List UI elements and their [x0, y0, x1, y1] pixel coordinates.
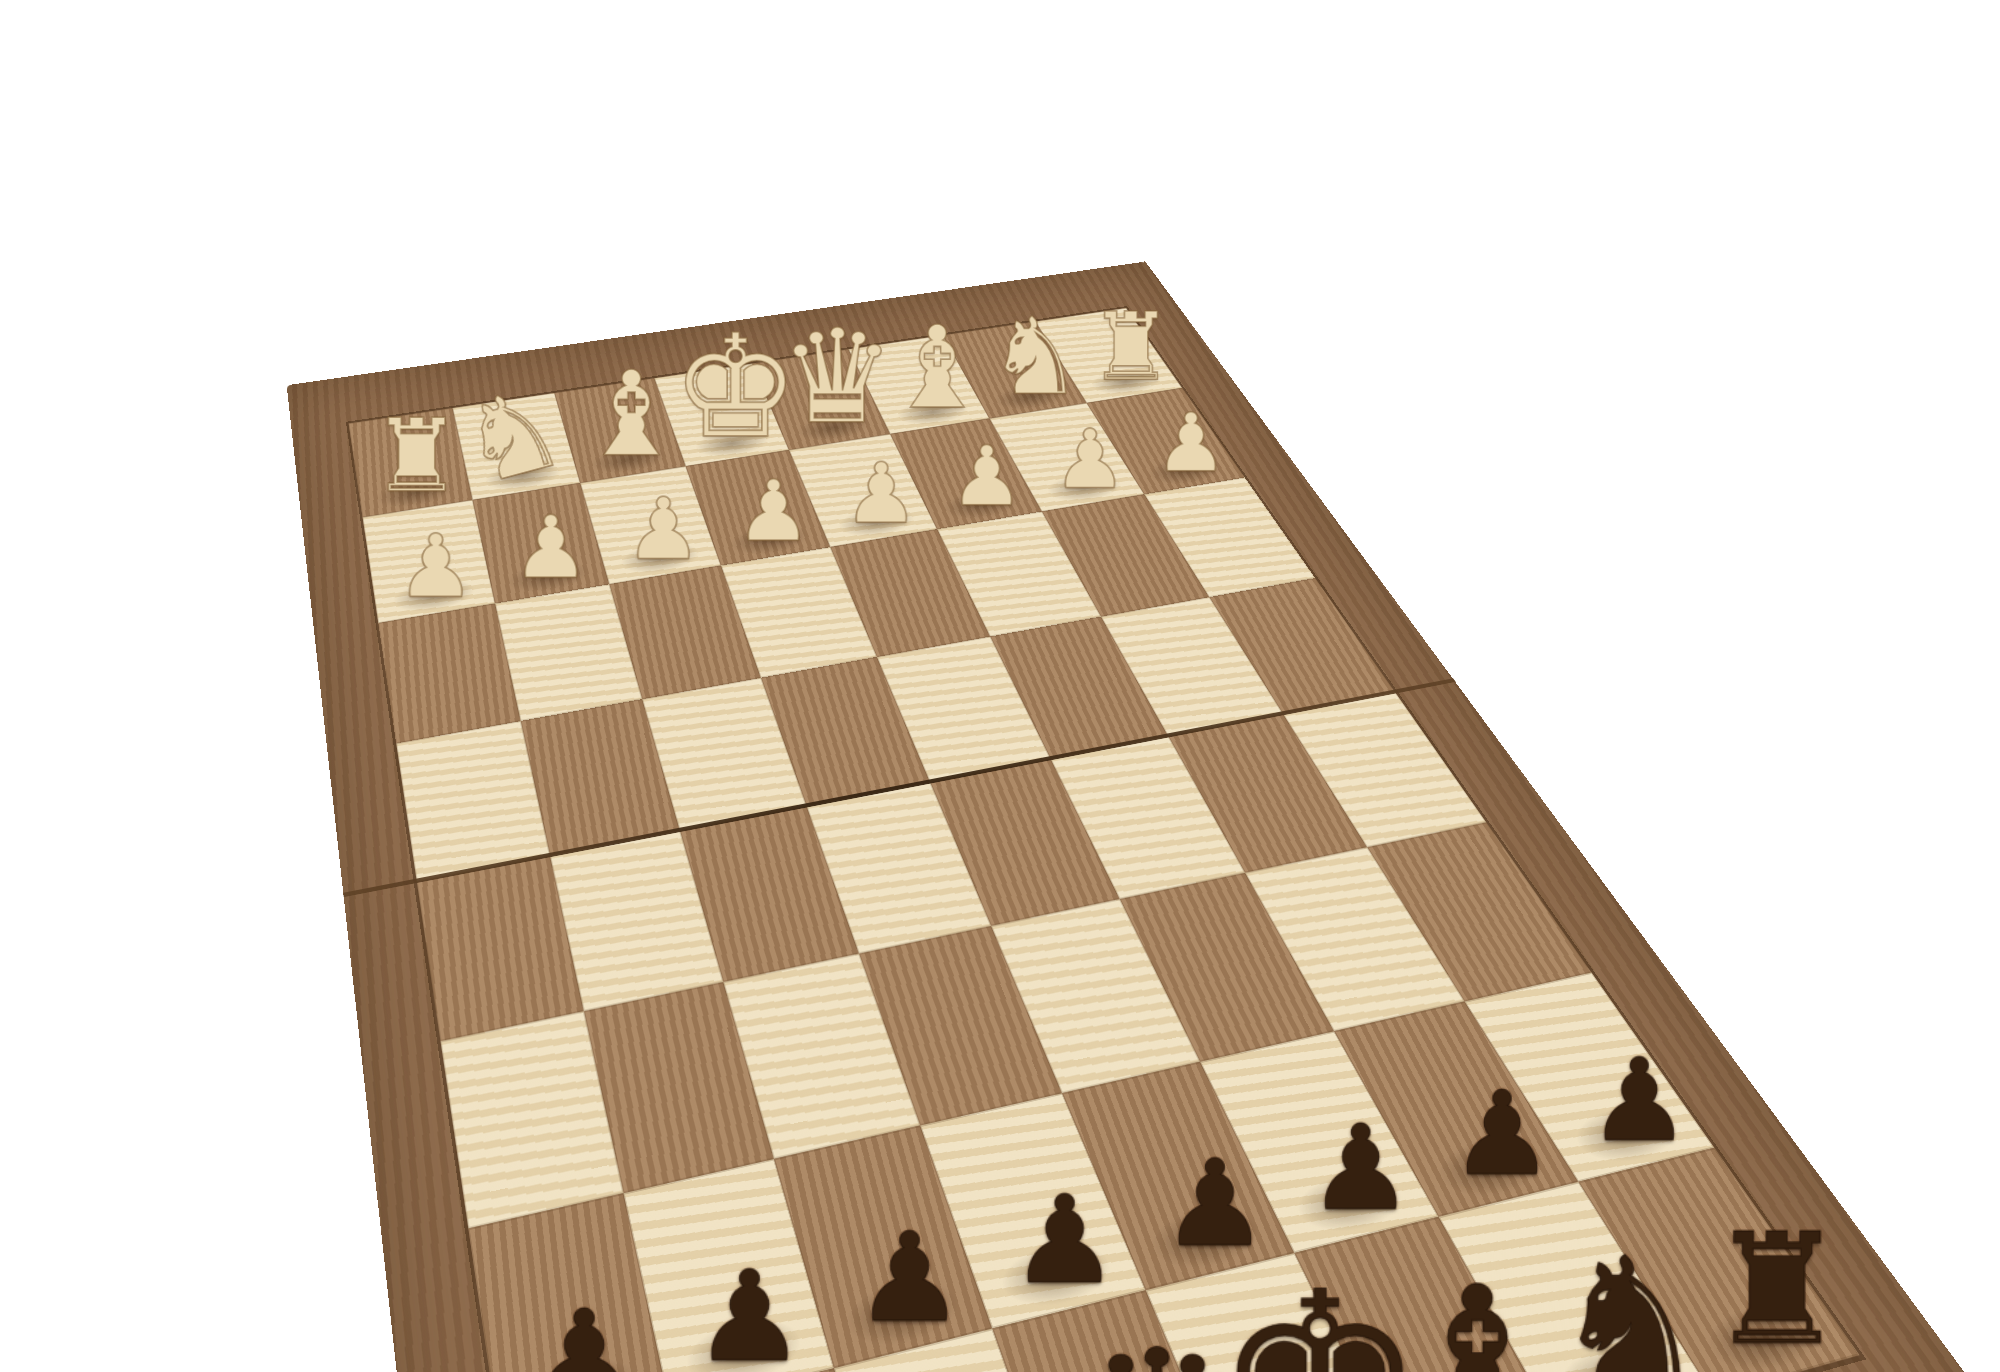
square-c5[interactable]	[1050, 736, 1245, 899]
black-pawn-e7[interactable]: ♟	[1010, 1184, 1119, 1296]
black-pawn-f7[interactable]: ♟	[854, 1221, 965, 1335]
white-pawn-f2[interactable]: ♟	[625, 490, 701, 568]
chess-board: ♜♞♝♚♛♝♞♜♟♟♟♟♟♟♟♟♟♟♟♟♟♟♟♟♜♞♝♛♚♝♞♜	[287, 262, 2000, 1372]
white-pawn-b2[interactable]: ♟	[1053, 422, 1126, 497]
clasp-screw	[1461, 705, 1470, 716]
white-bishop-f1[interactable]: ♝	[579, 361, 684, 469]
brass-clasp-plate[interactable]	[1415, 652, 1476, 735]
black-pawn-h7[interactable]: ♟	[527, 1298, 642, 1372]
board-grid: ♜♞♝♚♛♝♞♜♟♟♟♟♟♟♟♟♟♟♟♟♟♟♟♟♜♞♝♛♚♝♞♜	[349, 308, 1860, 1372]
white-knight-b1[interactable]: ♞	[988, 308, 1083, 406]
black-pawn-a7[interactable]: ♟	[1588, 1048, 1691, 1153]
white-king-e1[interactable]: ♚	[672, 322, 800, 453]
black-rook-a8[interactable]: ♜	[1709, 1220, 1847, 1361]
white-pawn-c2[interactable]: ♟	[950, 438, 1024, 514]
black-knight-b8[interactable]: ♞	[1552, 1241, 1709, 1372]
white-pawn-h2[interactable]: ♟	[397, 526, 475, 606]
square-g7[interactable]: ♟	[624, 1159, 835, 1372]
square-h1[interactable]: ♜	[349, 408, 473, 517]
white-pawn-e2[interactable]: ♟	[736, 472, 812, 550]
white-rook-a1[interactable]: ♜	[1089, 304, 1173, 390]
black-queen-e8[interactable]: ♛	[1058, 1330, 1255, 1372]
black-pawn-b7[interactable]: ♟	[1450, 1080, 1554, 1187]
square-g2[interactable]: ♟	[473, 483, 610, 603]
product-photo-scene: ♜♞♝♚♛♝♞♜♟♟♟♟♟♟♟♟♟♟♟♟♟♟♟♟♜♞♝♛♚♝♞♜	[0, 0, 2000, 1372]
white-pawn-a2[interactable]: ♟	[1155, 406, 1227, 480]
white-pawn-g2[interactable]: ♟	[512, 508, 589, 587]
square-h6[interactable]	[441, 1011, 624, 1228]
white-rook-h1[interactable]: ♜	[372, 410, 462, 503]
square-b5[interactable]	[1168, 714, 1367, 873]
black-pawn-g7[interactable]: ♟	[693, 1259, 806, 1372]
clasp-screw	[1429, 661, 1437, 672]
black-pawn-c7[interactable]: ♟	[1308, 1114, 1414, 1223]
white-pawn-d2[interactable]: ♟	[844, 455, 919, 532]
square-h2[interactable]: ♟	[363, 500, 496, 623]
white-bishop-c1[interactable]: ♝	[886, 316, 988, 420]
square-h5[interactable]	[417, 856, 584, 1042]
perspective-scene: ♜♞♝♚♛♝♞♜♟♟♟♟♟♟♟♟♟♟♟♟♟♟♟♟♜♞♝♛♚♝♞♜	[0, 0, 2000, 1372]
